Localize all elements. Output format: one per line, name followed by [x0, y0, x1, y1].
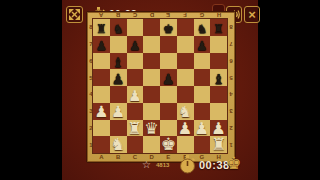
square-a6[interactable]	[93, 53, 110, 70]
black-bishop-h5[interactable]: ♝	[210, 69, 227, 86]
rank-label-5: 5	[87, 75, 95, 81]
square-g5[interactable]	[194, 69, 211, 86]
square-c1[interactable]	[127, 136, 144, 153]
rank-label-3: 3	[227, 108, 235, 114]
black-knight-b8[interactable]: ♞	[110, 19, 127, 36]
square-d8[interactable]	[143, 19, 160, 36]
white-knight-f3[interactable]: ♞	[177, 103, 194, 120]
square-f1[interactable]	[177, 136, 194, 153]
file-label-A: A	[97, 154, 105, 160]
black-rook-a8[interactable]: ♜	[93, 19, 110, 36]
square-g6[interactable]	[194, 53, 211, 70]
square-d1[interactable]	[143, 136, 160, 153]
close-button[interactable]: ×	[244, 6, 260, 23]
screenshot-stage: 00:23 ♟ × ♜♞♚♞♜♟♟♟♝♟♟♝♟♟♟♞♜♛♟♟♟♞♚♜ 88776…	[0, 0, 320, 180]
star-icon[interactable]: ☆	[142, 159, 151, 170]
turn-indicator-king-icon: ♚	[226, 153, 241, 174]
chess-app-window: 00:23 ♟ × ♜♞♚♞♜♟♟♟♝♟♟♝♟♟♟♞♜♛♟♟♟♞♚♜ 88776…	[62, 0, 258, 180]
square-e7[interactable]	[160, 36, 177, 53]
square-b2[interactable]	[110, 120, 127, 137]
rank-label-5: 5	[227, 75, 235, 81]
chess-board: ♜♞♚♞♜♟♟♟♝♟♟♝♟♟♟♞♜♛♟♟♟♞♚♜ 887766554433221…	[86, 11, 236, 163]
file-label-E: E	[164, 12, 172, 18]
white-pawn-c4[interactable]: ♟	[127, 86, 144, 103]
square-f7[interactable]	[177, 36, 194, 53]
stopwatch-icon-bottom	[179, 155, 196, 174]
file-label-G: G	[198, 12, 206, 18]
square-h6[interactable]	[210, 53, 227, 70]
rank-label-6: 6	[87, 58, 95, 64]
square-e2[interactable]	[160, 120, 177, 137]
file-label-F: F	[181, 12, 189, 18]
file-label-D: D	[148, 12, 156, 18]
rank-label-3: 3	[87, 108, 95, 114]
rank-label-1: 1	[87, 142, 95, 148]
square-c8[interactable]	[127, 19, 144, 36]
square-e4[interactable]	[160, 86, 177, 103]
square-h4[interactable]	[210, 86, 227, 103]
square-a5[interactable]	[93, 69, 110, 86]
expand-icon	[69, 9, 80, 20]
rating-score: 4813	[156, 162, 169, 168]
square-g3[interactable]	[194, 103, 211, 120]
square-f8[interactable]	[177, 19, 194, 36]
rank-label-7: 7	[87, 41, 95, 47]
file-label-C: C	[131, 154, 139, 160]
black-pawn-a7[interactable]: ♟	[93, 36, 110, 53]
rank-label-4: 4	[227, 91, 235, 97]
square-h3[interactable]	[210, 103, 227, 120]
square-c6[interactable]	[127, 53, 144, 70]
white-pawn-b3[interactable]: ♟	[110, 103, 127, 120]
square-e3[interactable]	[160, 103, 177, 120]
black-pawn-b5[interactable]: ♟	[110, 69, 127, 86]
square-f6[interactable]	[177, 53, 194, 70]
black-pawn-e5[interactable]: ♟	[160, 69, 177, 86]
white-knight-b1[interactable]: ♞	[110, 136, 127, 153]
rank-label-4: 4	[87, 91, 95, 97]
square-d6[interactable]	[143, 53, 160, 70]
white-rook-c2[interactable]: ♜	[127, 120, 144, 137]
black-knight-g8[interactable]: ♞	[194, 19, 211, 36]
black-pawn-g7[interactable]: ♟	[194, 36, 211, 53]
square-c3[interactable]	[127, 103, 144, 120]
file-label-A: A	[97, 12, 105, 18]
rank-label-1: 1	[227, 142, 235, 148]
white-pawn-h2[interactable]: ♟	[210, 120, 227, 137]
square-d5[interactable]	[143, 69, 160, 86]
file-label-B: B	[114, 12, 122, 18]
file-label-C: C	[131, 12, 139, 18]
file-label-B: B	[114, 154, 122, 160]
rank-label-2: 2	[87, 125, 95, 131]
square-a2[interactable]	[93, 120, 110, 137]
square-a1[interactable]	[93, 136, 110, 153]
square-b7[interactable]	[110, 36, 127, 53]
square-d3[interactable]	[143, 103, 160, 120]
square-h7[interactable]	[210, 36, 227, 53]
square-d4[interactable]	[143, 86, 160, 103]
file-label-E: E	[164, 154, 172, 160]
expand-button[interactable]	[66, 6, 83, 23]
rank-label-2: 2	[227, 125, 235, 131]
white-queen-d2[interactable]: ♛	[143, 120, 160, 137]
white-king-e1[interactable]: ♚	[160, 136, 177, 153]
white-pawn-f2[interactable]: ♟	[177, 120, 194, 137]
square-e6[interactable]	[160, 53, 177, 70]
black-rook-h8[interactable]: ♜	[210, 19, 227, 36]
rank-label-8: 8	[87, 24, 95, 30]
square-g1[interactable]	[194, 136, 211, 153]
rank-label-8: 8	[227, 24, 235, 30]
white-rook-h1[interactable]: ♜	[210, 136, 227, 153]
white-pawn-a3[interactable]: ♟	[93, 103, 110, 120]
square-d7[interactable]	[143, 36, 160, 53]
black-king-e8[interactable]: ♚	[160, 19, 177, 36]
square-c5[interactable]	[127, 69, 144, 86]
white-pawn-g2[interactable]: ♟	[194, 120, 211, 137]
square-f5[interactable]	[177, 69, 194, 86]
square-a4[interactable]	[93, 86, 110, 103]
close-icon: ×	[248, 7, 256, 22]
square-g4[interactable]	[194, 86, 211, 103]
square-f4[interactable]	[177, 86, 194, 103]
rank-label-6: 6	[227, 58, 235, 64]
black-pawn-c7[interactable]: ♟	[127, 36, 144, 53]
file-label-H: H	[215, 12, 223, 18]
black-bishop-b6[interactable]: ♝	[110, 53, 127, 70]
rank-label-7: 7	[227, 41, 235, 47]
square-b4[interactable]	[110, 86, 127, 103]
